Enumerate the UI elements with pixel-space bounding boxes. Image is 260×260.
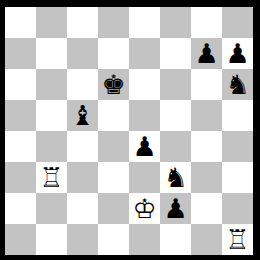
square-e1[interactable] [129,224,160,255]
square-c3[interactable] [67,162,98,193]
square-d5[interactable] [98,100,129,131]
square-d4[interactable] [98,131,129,162]
piece-white-rook[interactable]: ♖ [225,224,249,255]
square-a2[interactable] [5,193,36,224]
square-g5[interactable] [191,100,222,131]
square-b6[interactable] [36,69,67,100]
square-c7[interactable] [67,38,98,69]
piece-black-pawn[interactable]: ♟ [132,131,156,162]
square-d7[interactable] [98,38,129,69]
square-b4[interactable] [36,131,67,162]
square-b2[interactable] [36,193,67,224]
square-f4[interactable] [160,131,191,162]
square-h5[interactable] [222,100,253,131]
square-d6[interactable]: ♚ [98,69,129,100]
square-h4[interactable] [222,131,253,162]
square-a7[interactable] [5,38,36,69]
square-b1[interactable] [36,224,67,255]
square-c6[interactable] [67,69,98,100]
square-g7[interactable]: ♟ [191,38,222,69]
square-g6[interactable] [191,69,222,100]
square-a5[interactable] [5,100,36,131]
square-g1[interactable] [191,224,222,255]
square-b7[interactable] [36,38,67,69]
square-g3[interactable] [191,162,222,193]
square-b5[interactable] [36,100,67,131]
piece-black-bishop[interactable]: ♝ [70,100,94,131]
piece-black-pawn[interactable]: ♟ [225,38,249,69]
square-c2[interactable] [67,193,98,224]
square-e8[interactable] [129,7,160,38]
square-b8[interactable] [36,7,67,38]
square-d2[interactable] [98,193,129,224]
square-e3[interactable] [129,162,160,193]
square-g8[interactable] [191,7,222,38]
piece-white-rook[interactable]: ♖ [39,162,63,193]
piece-black-pawn[interactable]: ♟ [163,193,187,224]
square-h6[interactable]: ♞ [222,69,253,100]
square-d3[interactable] [98,162,129,193]
square-f8[interactable] [160,7,191,38]
square-e2[interactable]: ♔ [129,193,160,224]
chess-diagram: ♟♟♚♞♝♟♖♞♔♟♖ [0,0,260,260]
piece-black-pawn[interactable]: ♟ [194,38,218,69]
piece-black-knight[interactable]: ♞ [225,69,249,100]
square-e7[interactable] [129,38,160,69]
piece-white-king[interactable]: ♔ [132,193,156,224]
square-f3[interactable]: ♞ [160,162,191,193]
square-h2[interactable] [222,193,253,224]
piece-black-king[interactable]: ♚ [101,69,125,100]
square-e4[interactable]: ♟ [129,131,160,162]
square-e6[interactable] [129,69,160,100]
square-g2[interactable] [191,193,222,224]
square-a6[interactable] [5,69,36,100]
square-a4[interactable] [5,131,36,162]
square-c1[interactable] [67,224,98,255]
square-c8[interactable] [67,7,98,38]
chess-board: ♟♟♚♞♝♟♖♞♔♟♖ [5,7,253,255]
square-f6[interactable] [160,69,191,100]
square-b3[interactable]: ♖ [36,162,67,193]
square-a8[interactable] [5,7,36,38]
square-a3[interactable] [5,162,36,193]
square-e5[interactable] [129,100,160,131]
square-h7[interactable]: ♟ [222,38,253,69]
square-h8[interactable] [222,7,253,38]
square-f7[interactable] [160,38,191,69]
square-h1[interactable]: ♖ [222,224,253,255]
square-c4[interactable] [67,131,98,162]
square-f5[interactable] [160,100,191,131]
square-d8[interactable] [98,7,129,38]
square-g4[interactable] [191,131,222,162]
square-h3[interactable] [222,162,253,193]
square-f1[interactable] [160,224,191,255]
square-a1[interactable] [5,224,36,255]
square-f2[interactable]: ♟ [160,193,191,224]
square-c5[interactable]: ♝ [67,100,98,131]
piece-black-knight[interactable]: ♞ [163,162,187,193]
square-d1[interactable] [98,224,129,255]
